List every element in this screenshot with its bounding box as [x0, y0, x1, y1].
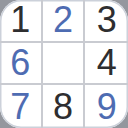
sudoku-cell-r2c2: 9 — [85, 85, 128, 128]
sudoku-cell-r1c0: 6 — [0, 43, 43, 86]
sudoku-cell-r0c1: 2 — [43, 0, 86, 43]
sudoku-cell-r2c1: 8 — [43, 85, 86, 128]
sudoku-grid: 12364789 — [0, 0, 128, 128]
sudoku-cell-r1c2: 4 — [85, 43, 128, 86]
sudoku-cell-r0c0: 1 — [0, 0, 43, 43]
sudoku-cell-r0c2: 3 — [85, 0, 128, 43]
sudoku-app-icon[interactable]: 12364789 — [0, 0, 128, 128]
sudoku-cell-r1c1 — [43, 43, 86, 86]
sudoku-cell-r2c0: 7 — [0, 85, 43, 128]
